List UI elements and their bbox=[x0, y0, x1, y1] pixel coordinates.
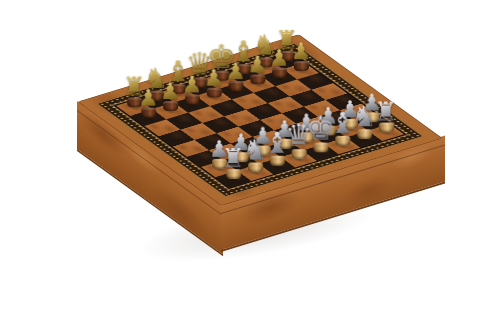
piece-gold-pawn: ♟ bbox=[131, 66, 165, 118]
product-photo: ♜♟♟♜♞♟♟♞♝♟♟♝♚♟♟♚♛♟♟♛♝♟♟♝♞♟♟♞♜♟♟♜ bbox=[0, 0, 480, 320]
board-square: ♟ bbox=[130, 109, 166, 126]
rook-glyph: ♜ bbox=[222, 145, 245, 171]
pawn-glyph: ♟ bbox=[138, 87, 159, 110]
board-square: ♜ bbox=[215, 171, 251, 188]
piece-silver-rook: ♜ bbox=[216, 127, 250, 179]
